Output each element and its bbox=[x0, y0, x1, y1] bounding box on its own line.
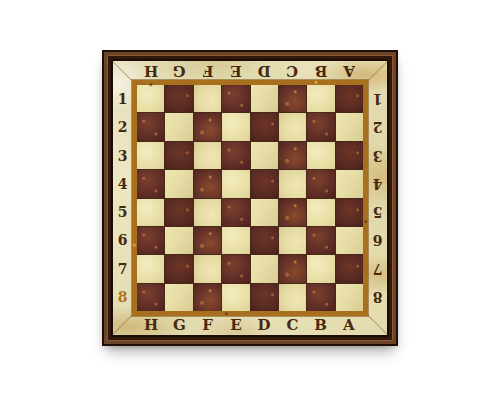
file-label-top-a-7: A bbox=[335, 61, 363, 80]
square-b5[interactable] bbox=[307, 199, 334, 226]
rank-labels-left: 12345678 bbox=[113, 85, 132, 311]
rank-label-right-3-2: 3 bbox=[368, 142, 387, 170]
file-label-top-d-4: D bbox=[250, 61, 278, 80]
square-g2[interactable] bbox=[165, 113, 192, 140]
square-g1[interactable] bbox=[165, 85, 192, 112]
square-d8[interactable] bbox=[251, 284, 278, 311]
square-c4[interactable] bbox=[279, 170, 306, 197]
square-g4[interactable] bbox=[165, 170, 192, 197]
square-e2[interactable] bbox=[222, 113, 249, 140]
square-c6[interactable] bbox=[279, 227, 306, 254]
square-a7[interactable] bbox=[336, 255, 363, 282]
square-f3[interactable] bbox=[194, 142, 221, 169]
square-b6[interactable] bbox=[307, 227, 334, 254]
square-a8[interactable] bbox=[336, 284, 363, 311]
square-g3[interactable] bbox=[165, 142, 192, 169]
square-h4[interactable] bbox=[137, 170, 164, 197]
miter-joint-bottom-left bbox=[112, 314, 133, 335]
miter-joint-bottom-right bbox=[367, 314, 388, 335]
rank-label-left-5-4: 5 bbox=[113, 198, 132, 226]
square-g7[interactable] bbox=[165, 255, 192, 282]
file-label-bottom-b-6: B bbox=[307, 316, 335, 335]
square-a2[interactable] bbox=[336, 113, 363, 140]
rank-label-left-6-5: 6 bbox=[113, 226, 132, 254]
playing-area bbox=[132, 80, 368, 316]
rank-label-left-1-0: 1 bbox=[113, 85, 132, 113]
square-b8[interactable] bbox=[307, 284, 334, 311]
square-a1[interactable] bbox=[336, 85, 363, 112]
square-e8[interactable] bbox=[222, 284, 249, 311]
square-f8[interactable] bbox=[194, 284, 221, 311]
square-e4[interactable] bbox=[222, 170, 249, 197]
rank-label-right-7-6: 7 bbox=[368, 255, 387, 283]
photo-background: HGFEDCBA HGFEDCBA 12345678 12345678 bbox=[0, 0, 500, 400]
rank-label-left-7-6: 7 bbox=[113, 255, 132, 283]
square-c1[interactable] bbox=[279, 85, 306, 112]
rank-labels-right: 12345678 bbox=[368, 85, 387, 311]
square-h8[interactable] bbox=[137, 284, 164, 311]
square-d4[interactable] bbox=[251, 170, 278, 197]
square-e7[interactable] bbox=[222, 255, 249, 282]
square-h3[interactable] bbox=[137, 142, 164, 169]
square-e5[interactable] bbox=[222, 199, 249, 226]
square-a4[interactable] bbox=[336, 170, 363, 197]
square-e3[interactable] bbox=[222, 142, 249, 169]
square-b4[interactable] bbox=[307, 170, 334, 197]
square-c8[interactable] bbox=[279, 284, 306, 311]
square-d7[interactable] bbox=[251, 255, 278, 282]
file-label-bottom-g-1: G bbox=[165, 316, 193, 335]
rank-label-right-1-0: 1 bbox=[368, 85, 387, 113]
square-h1[interactable] bbox=[137, 85, 164, 112]
square-c5[interactable] bbox=[279, 199, 306, 226]
square-b7[interactable] bbox=[307, 255, 334, 282]
file-label-top-g-1: G bbox=[165, 61, 193, 80]
square-d6[interactable] bbox=[251, 227, 278, 254]
square-b1[interactable] bbox=[307, 85, 334, 112]
square-d1[interactable] bbox=[251, 85, 278, 112]
rank-label-left-2-1: 2 bbox=[113, 113, 132, 141]
square-e1[interactable] bbox=[222, 85, 249, 112]
file-label-top-h-0: H bbox=[137, 61, 165, 80]
miter-joint-top-left bbox=[112, 61, 133, 82]
rank-label-right-5-4: 5 bbox=[368, 198, 387, 226]
file-labels-bottom: HGFEDCBA bbox=[137, 316, 363, 335]
rank-label-right-8-7: 8 bbox=[368, 283, 387, 311]
rank-label-left-8-7: 8 bbox=[113, 283, 132, 311]
square-b2[interactable] bbox=[307, 113, 334, 140]
square-h6[interactable] bbox=[137, 227, 164, 254]
square-f7[interactable] bbox=[194, 255, 221, 282]
rank-label-left-4-3: 4 bbox=[113, 170, 132, 198]
square-f1[interactable] bbox=[194, 85, 221, 112]
rank-label-right-6-5: 6 bbox=[368, 226, 387, 254]
square-h7[interactable] bbox=[137, 255, 164, 282]
file-label-bottom-a-7: A bbox=[335, 316, 363, 335]
chessboard: HGFEDCBA HGFEDCBA 12345678 12345678 bbox=[102, 50, 398, 346]
file-label-top-c-5: C bbox=[278, 61, 306, 80]
file-label-bottom-c-5: C bbox=[278, 316, 306, 335]
square-f4[interactable] bbox=[194, 170, 221, 197]
square-c7[interactable] bbox=[279, 255, 306, 282]
square-e6[interactable] bbox=[222, 227, 249, 254]
square-g6[interactable] bbox=[165, 227, 192, 254]
square-d3[interactable] bbox=[251, 142, 278, 169]
rank-label-right-4-3: 4 bbox=[368, 170, 387, 198]
rank-label-left-3-2: 3 bbox=[113, 142, 132, 170]
square-g8[interactable] bbox=[165, 284, 192, 311]
file-label-bottom-e-3: E bbox=[222, 316, 250, 335]
square-h2[interactable] bbox=[137, 113, 164, 140]
coordinate-band: HGFEDCBA HGFEDCBA 12345678 12345678 bbox=[113, 61, 387, 335]
square-g5[interactable] bbox=[165, 199, 192, 226]
file-labels-top: HGFEDCBA bbox=[137, 61, 363, 80]
square-f6[interactable] bbox=[194, 227, 221, 254]
file-label-bottom-f-2: F bbox=[194, 316, 222, 335]
square-a6[interactable] bbox=[336, 227, 363, 254]
file-label-bottom-h-0: H bbox=[137, 316, 165, 335]
rank-label-right-2-1: 2 bbox=[368, 113, 387, 141]
miter-joint-top-right bbox=[367, 61, 388, 82]
board-grid bbox=[137, 85, 363, 311]
file-label-bottom-d-4: D bbox=[250, 316, 278, 335]
file-label-top-f-2: F bbox=[194, 61, 222, 80]
square-d5[interactable] bbox=[251, 199, 278, 226]
file-label-top-e-3: E bbox=[222, 61, 250, 80]
square-f5[interactable] bbox=[194, 199, 221, 226]
square-b3[interactable] bbox=[307, 142, 334, 169]
file-label-top-b-6: B bbox=[307, 61, 335, 80]
square-h5[interactable] bbox=[137, 199, 164, 226]
square-a5[interactable] bbox=[336, 199, 363, 226]
square-d2[interactable] bbox=[251, 113, 278, 140]
square-a3[interactable] bbox=[336, 142, 363, 169]
square-c3[interactable] bbox=[279, 142, 306, 169]
square-c2[interactable] bbox=[279, 113, 306, 140]
square-f2[interactable] bbox=[194, 113, 221, 140]
